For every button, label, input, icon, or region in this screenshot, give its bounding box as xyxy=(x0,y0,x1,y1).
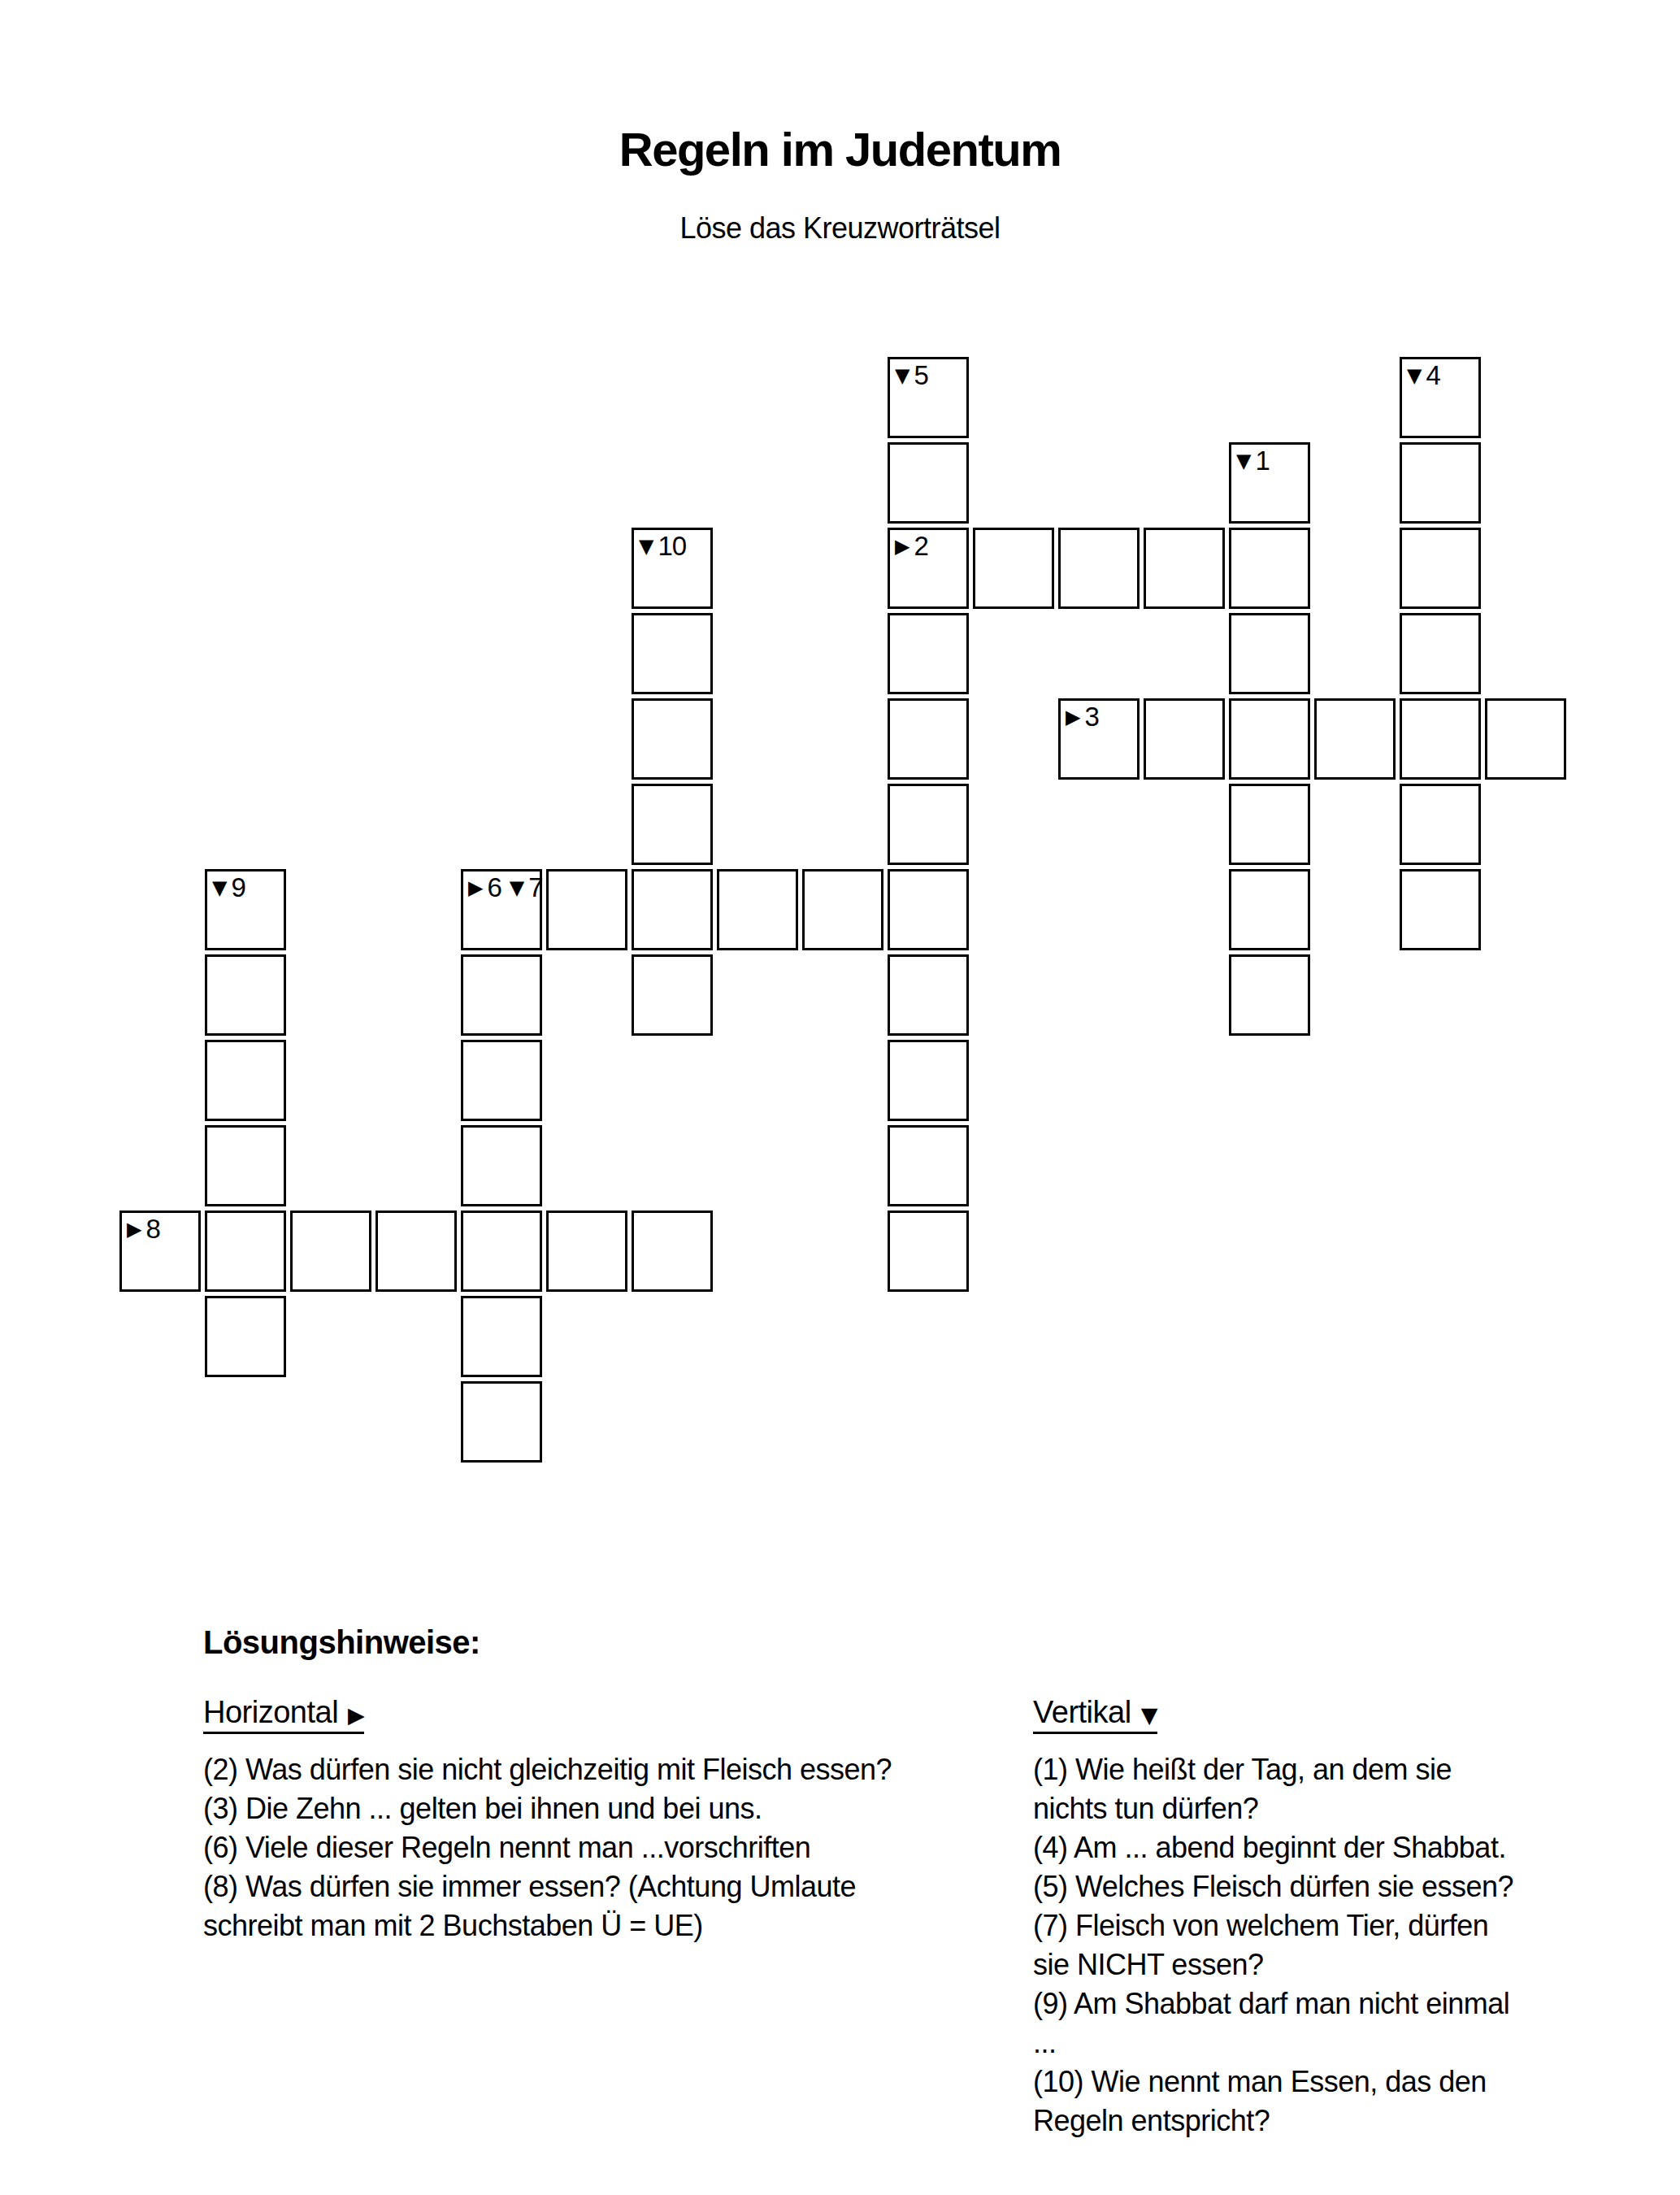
clue-number: 4 xyxy=(1426,362,1439,389)
word-start-marker: ▶2 xyxy=(895,532,928,559)
clue-line: (1) Wie heißt der Tag, an dem sie xyxy=(1033,1750,1675,1789)
cell-number-label: ▼5 xyxy=(895,362,928,389)
down-arrow-icon: ▼ xyxy=(1407,366,1422,385)
grid-cell[interactable] xyxy=(1229,613,1310,694)
clue-line: (3) Die Zehn ... gelten bei ihnen und be… xyxy=(203,1789,1024,1828)
grid-cell[interactable]: ▶6▼7 xyxy=(461,869,542,950)
grid-cell[interactable] xyxy=(1058,528,1140,609)
grid-cell[interactable] xyxy=(888,698,969,780)
grid-cell[interactable] xyxy=(205,1296,286,1377)
grid-cell[interactable] xyxy=(632,954,713,1036)
clue-line: sie NICHT essen? xyxy=(1033,1945,1675,1984)
clue-number: 1 xyxy=(1255,447,1269,474)
cell-number-label: ▼9 xyxy=(212,874,245,901)
grid-cell[interactable] xyxy=(632,698,713,780)
grid-cell[interactable]: ▼1 xyxy=(1229,442,1310,524)
cell-number-label: ▼1 xyxy=(1236,447,1270,474)
grid-cell[interactable] xyxy=(1229,784,1310,865)
grid-cell[interactable]: ▶8 xyxy=(119,1211,201,1292)
clue-line: nichts tun dürfen? xyxy=(1033,1789,1675,1828)
clue-number: 5 xyxy=(914,362,927,389)
clue-line: (6) Viele dieser Regeln nennt man ...vor… xyxy=(203,1828,1024,1867)
grid-cell[interactable] xyxy=(888,784,969,865)
grid-cell[interactable] xyxy=(888,1125,969,1206)
clue-number: 9 xyxy=(231,874,245,901)
grid-cell[interactable] xyxy=(1229,698,1310,780)
vertical-header: Vertikal▼ xyxy=(1033,1695,1157,1734)
grid-cell[interactable]: ▶3 xyxy=(1058,698,1140,780)
grid-cell[interactable] xyxy=(717,869,798,950)
grid-cell[interactable] xyxy=(632,869,713,950)
word-start-marker: ▼1 xyxy=(1236,447,1270,474)
grid-cell[interactable] xyxy=(1144,528,1225,609)
vertical-clues-column: Vertikal▼ (1) Wie heißt der Tag, an dem … xyxy=(1033,1695,1675,2141)
grid-cell[interactable] xyxy=(1229,869,1310,950)
grid-cell[interactable] xyxy=(802,869,883,950)
word-start-marker: ▶8 xyxy=(127,1215,160,1242)
word-start-marker: ▼10 xyxy=(639,532,686,559)
grid-cell[interactable] xyxy=(973,528,1054,609)
grid-cell[interactable]: ▼4 xyxy=(1400,357,1481,438)
crossword-worksheet: Regeln im Judentum Löse das Kreuzworträt… xyxy=(0,0,1680,2195)
right-arrow-icon: ▶ xyxy=(1066,707,1080,727)
down-arrow-icon: ▼ xyxy=(510,878,524,898)
right-arrow-icon: ▶ xyxy=(895,537,909,556)
clue-line: (9) Am Shabbat darf man nicht einmal xyxy=(1033,1984,1675,2023)
clue-line: (8) Was dürfen sie immer essen? (Achtung… xyxy=(203,1867,1024,1906)
clue-line: (7) Fleisch von welchem Tier, dürfen xyxy=(1033,1906,1675,1945)
clue-number: 2 xyxy=(914,532,927,559)
grid-cell[interactable] xyxy=(376,1211,457,1292)
word-start-marker: ▼7 xyxy=(510,874,543,901)
vertical-clue-list: (1) Wie heißt der Tag, an dem sienichts … xyxy=(1033,1750,1675,2141)
grid-cell[interactable] xyxy=(1400,613,1481,694)
clue-number: 10 xyxy=(658,532,686,559)
grid-cell[interactable] xyxy=(1400,869,1481,950)
grid-cell[interactable] xyxy=(205,954,286,1036)
clue-line: Regeln entspricht? xyxy=(1033,2102,1675,2141)
grid-cell[interactable] xyxy=(1144,698,1225,780)
clue-number: 3 xyxy=(1084,703,1098,730)
horizontal-clues-column: Horizontal▶ (2) Was dürfen sie nicht gle… xyxy=(203,1695,1024,1945)
grid-cell[interactable] xyxy=(1400,442,1481,524)
clue-number: 8 xyxy=(145,1215,159,1242)
grid-cell[interactable] xyxy=(1485,698,1566,780)
cell-number-label: ▼4 xyxy=(1407,362,1440,389)
grid-cell[interactable] xyxy=(205,1125,286,1206)
grid-cell[interactable] xyxy=(888,954,969,1036)
grid-cell[interactable] xyxy=(546,869,627,950)
right-arrow-icon: ▶ xyxy=(468,878,483,898)
clue-line: schreibt man mit 2 Buchstaben Ü = UE) xyxy=(203,1906,1024,1945)
grid-cell[interactable] xyxy=(1229,954,1310,1036)
cell-number-label: ▶6▼7 xyxy=(468,874,543,901)
clue-number: 6 xyxy=(487,874,501,901)
word-start-marker: ▼5 xyxy=(895,362,928,389)
grid-cell[interactable] xyxy=(632,1211,713,1292)
cell-number-label: ▶8 xyxy=(127,1215,160,1242)
word-start-marker: ▼9 xyxy=(212,874,245,901)
vertical-header-label: Vertikal xyxy=(1033,1695,1131,1729)
horizontal-clue-list: (2) Was dürfen sie nicht gleichzeitig mi… xyxy=(203,1750,1024,1945)
grid-cell[interactable] xyxy=(461,1040,542,1121)
clue-line: ... xyxy=(1033,2023,1675,2062)
page-subtitle: Löse das Kreuzworträtsel xyxy=(0,211,1680,246)
cell-number-label: ▼10 xyxy=(639,532,686,559)
right-arrow-icon: ▶ xyxy=(127,1219,141,1239)
grid-cell[interactable] xyxy=(888,442,969,524)
grid-cell[interactable] xyxy=(632,784,713,865)
clue-number: 7 xyxy=(528,874,542,901)
hints-heading: Lösungshinweise: xyxy=(203,1624,480,1661)
grid-cell[interactable] xyxy=(1400,698,1481,780)
word-start-marker: ▶3 xyxy=(1066,703,1099,730)
grid-cell[interactable] xyxy=(461,1381,542,1463)
grid-cell[interactable] xyxy=(461,954,542,1036)
right-arrow-icon: ▶ xyxy=(348,1702,364,1728)
grid-cell[interactable] xyxy=(461,1211,542,1292)
grid-cell[interactable] xyxy=(888,613,969,694)
grid-cell[interactable]: ▼5 xyxy=(888,357,969,438)
grid-cell[interactable] xyxy=(1400,528,1481,609)
grid-cell[interactable]: ▼10 xyxy=(632,528,713,609)
down-arrow-icon: ▼ xyxy=(1141,1702,1157,1728)
grid-cell[interactable] xyxy=(888,869,969,950)
clue-line: (4) Am ... abend beginnt der Shabbat. xyxy=(1033,1828,1675,1867)
crossword-grid: ▼5▼4▼1▼10▶2▶3▼9▶6▼7▶8 xyxy=(119,357,1574,1471)
grid-cell[interactable] xyxy=(461,1296,542,1377)
cell-number-label: ▶2 xyxy=(895,532,928,559)
horizontal-header-label: Horizontal xyxy=(203,1695,338,1729)
grid-cell[interactable] xyxy=(1314,698,1396,780)
grid-cell[interactable] xyxy=(632,613,713,694)
grid-cell[interactable] xyxy=(1229,528,1310,609)
clue-line: (10) Wie nennt man Essen, das den xyxy=(1033,2062,1675,2102)
grid-cell[interactable] xyxy=(461,1125,542,1206)
down-arrow-icon: ▼ xyxy=(639,537,653,556)
grid-cell[interactable] xyxy=(1400,784,1481,865)
grid-cell[interactable] xyxy=(205,1211,286,1292)
horizontal-header: Horizontal▶ xyxy=(203,1695,364,1734)
grid-cell[interactable] xyxy=(888,1040,969,1121)
clue-line: (5) Welches Fleisch dürfen sie essen? xyxy=(1033,1867,1675,1906)
grid-cell[interactable] xyxy=(290,1211,371,1292)
cell-number-label: ▶3 xyxy=(1066,703,1099,730)
grid-cell[interactable]: ▶2 xyxy=(888,528,969,609)
grid-cell[interactable] xyxy=(205,1040,286,1121)
word-start-marker: ▶6 xyxy=(468,874,501,901)
clue-line: (2) Was dürfen sie nicht gleichzeitig mi… xyxy=(203,1750,1024,1789)
down-arrow-icon: ▼ xyxy=(212,878,227,898)
page-title: Regeln im Judentum xyxy=(0,122,1680,176)
word-start-marker: ▼4 xyxy=(1407,362,1440,389)
grid-cell[interactable]: ▼9 xyxy=(205,869,286,950)
grid-cell[interactable] xyxy=(546,1211,627,1292)
down-arrow-icon: ▼ xyxy=(1236,451,1251,471)
grid-cell[interactable] xyxy=(888,1211,969,1292)
down-arrow-icon: ▼ xyxy=(895,366,909,385)
